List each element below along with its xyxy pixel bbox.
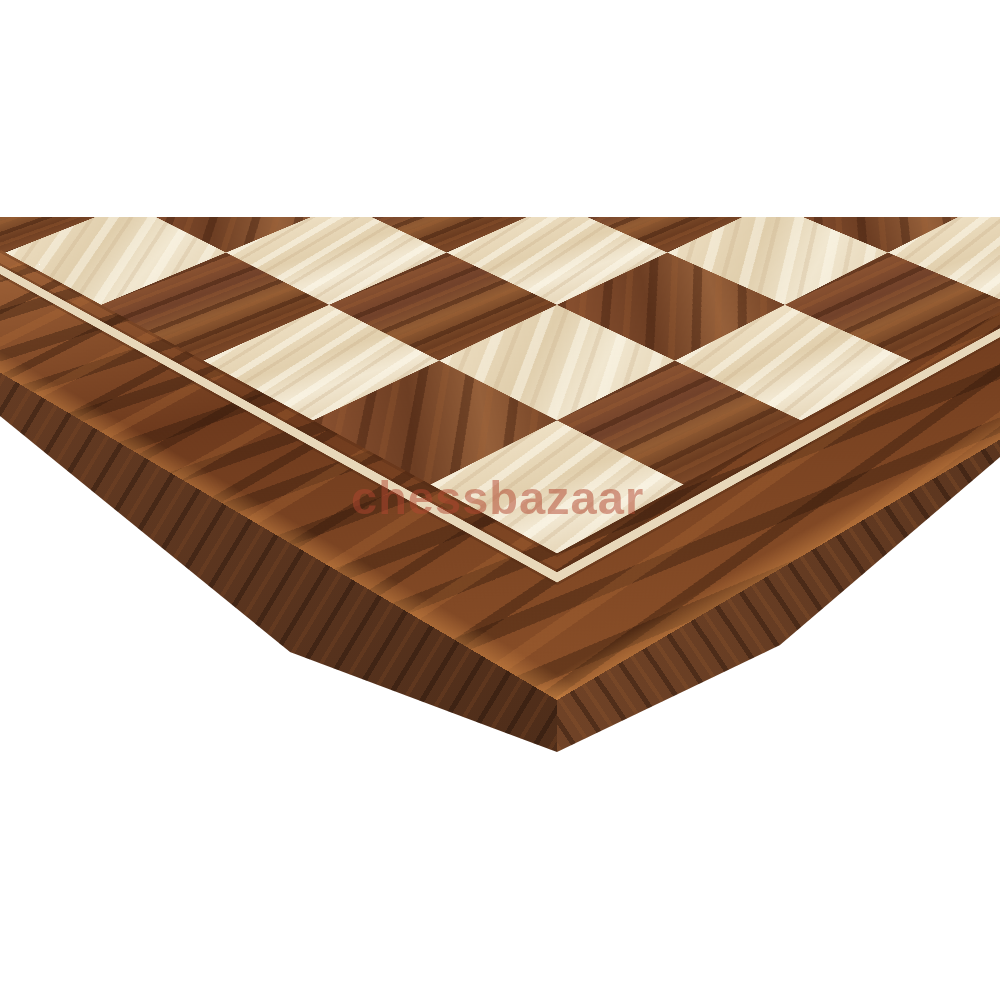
product-photo: chessbazaar (0, 0, 1000, 1000)
watermark-text: chessbazaar (351, 470, 644, 525)
photo-crop-band (0, 0, 1000, 217)
